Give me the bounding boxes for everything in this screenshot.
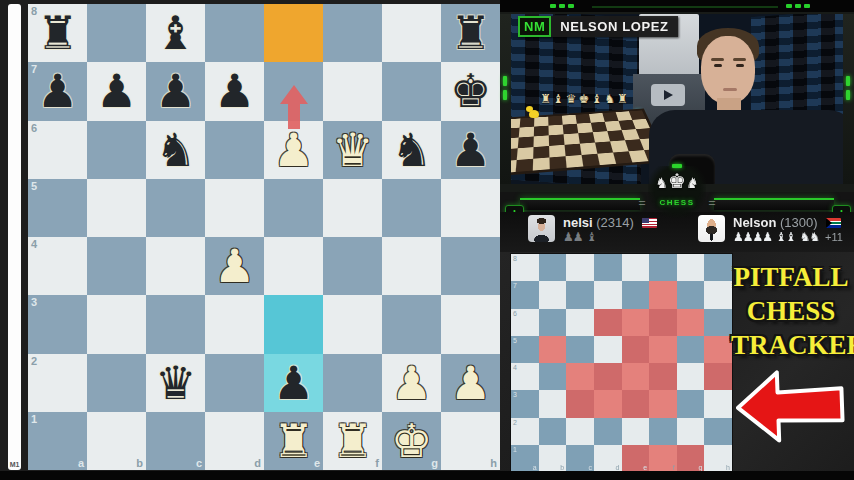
tracker-file-label: g [698, 464, 702, 471]
piece-black-pawn: ♟ [155, 68, 196, 114]
piece-white-rook: ♜ [273, 418, 314, 464]
file-label-h: h [490, 458, 497, 469]
streamer-eye [714, 64, 722, 67]
square-e2[interactable]: ♟ [264, 354, 323, 412]
tracker-file-label: h [726, 464, 730, 471]
tracker-square-h7 [704, 281, 732, 308]
rank-label-5: 5 [31, 181, 37, 192]
youtube-play-button-plaque [651, 84, 685, 106]
square-b1[interactable]: b [87, 412, 146, 470]
tracker-square-d5 [594, 336, 622, 363]
streamer-brow [711, 58, 724, 61]
piece-white-pawn: ♟ [273, 127, 314, 173]
square-d5[interactable] [205, 179, 264, 237]
tracker-square-b7 [539, 281, 567, 308]
square-h6[interactable]: ♟ [441, 121, 500, 179]
square-c8[interactable]: ♝ [146, 4, 205, 62]
tracker-square-e7 [622, 281, 650, 308]
tracker-square-d3 [594, 390, 622, 417]
avatar-nelson [698, 215, 725, 242]
tracker-rank-label: 7 [513, 282, 517, 289]
tracker-square-h8 [704, 254, 732, 281]
square-c7[interactable]: ♟ [146, 62, 205, 120]
square-f4[interactable] [323, 237, 382, 295]
square-g2[interactable]: ♟ [382, 354, 441, 412]
foreground-chess-pieces: ♜♝♛♚♝♞♜ [515, 92, 655, 106]
title-badge: NM [518, 16, 551, 37]
tracker-square-g8 [677, 254, 705, 281]
pitfall-tracker-panel: 87654321abcdefgh PITFALL CHESS TRACKER [500, 252, 854, 480]
tracker-square-g2 [677, 418, 705, 445]
tracker-square-c3 [566, 390, 594, 417]
tracker-square-g5 [677, 336, 705, 363]
square-d1[interactable]: d [205, 412, 264, 470]
tracker-rank-label: 5 [513, 337, 517, 344]
captured-bishops: ♝ [587, 230, 597, 244]
file-label-b: b [136, 458, 143, 469]
tracker-square-e6 [622, 309, 650, 336]
piece-white-queen: ♛ [332, 127, 373, 173]
square-a1[interactable]: 1a [28, 412, 87, 470]
pitfall-heatmap-board: 87654321abcdefgh [510, 253, 733, 473]
tracker-square-g6 [677, 309, 705, 336]
tracker-square-f4 [649, 363, 677, 390]
square-b8[interactable] [87, 4, 146, 62]
square-a4[interactable]: 4 [28, 237, 87, 295]
divider-bar-right [714, 198, 834, 210]
piece-black-pawn: ♟ [450, 127, 491, 173]
tracker-square-e8 [622, 254, 650, 281]
tracker-rank-label: 1 [513, 446, 517, 453]
tracker-square-a7: 7 [511, 281, 539, 308]
tracker-square-a5: 5 [511, 336, 539, 363]
tracker-square-d7 [594, 281, 622, 308]
square-a5[interactable]: 5 [28, 179, 87, 237]
square-a8[interactable]: 8♜ [28, 4, 87, 62]
square-g8[interactable] [382, 4, 441, 62]
logo-text: CHESS [648, 198, 706, 207]
streamer-name-badge: NM NELSON LOPEZ [518, 16, 678, 37]
tracker-square-c8 [566, 254, 594, 281]
square-e5[interactable] [264, 179, 323, 237]
tracker-square-h3 [704, 390, 732, 417]
square-c5[interactable] [146, 179, 205, 237]
tracker-square-f5 [649, 336, 677, 363]
square-h5[interactable] [441, 179, 500, 237]
player-right: Nelson (1300) ♟♟♟♟♝♝♞♞+11 [698, 215, 843, 243]
piece-white-pawn: ♟ [391, 360, 432, 406]
captured-knights: ♞♞ [800, 230, 820, 244]
square-a2[interactable]: 2 [28, 354, 87, 412]
piece-black-knight: ♞ [155, 127, 196, 173]
tracker-square-e2 [622, 418, 650, 445]
file-label-a: a [78, 458, 84, 469]
rank-label-1: 1 [31, 414, 37, 425]
piece-black-king: ♚ [450, 68, 491, 114]
square-c4[interactable] [146, 237, 205, 295]
piece-white-pawn: ♟ [450, 360, 491, 406]
chess-board-panel: M1 8♜♝♜7♟♟♟♟♚6♞♟♛♞♟54♟32♛♟♟♟1abcde♜f♜g♚h [0, 0, 500, 480]
tracker-file-label: f [673, 464, 675, 471]
streamer-name: NELSON LOPEZ [551, 16, 677, 37]
tracker-square-a1: 1a [511, 445, 539, 472]
piece-black-pawn: ♟ [214, 68, 255, 114]
green-line-decoration [592, 6, 778, 8]
piece-white-pawn: ♟ [214, 243, 255, 289]
material-advantage: +11 [825, 231, 843, 243]
square-h4[interactable] [441, 237, 500, 295]
square-c1[interactable]: c [146, 412, 205, 470]
square-h3[interactable] [441, 295, 500, 353]
piece-black-pawn: ♟ [96, 68, 137, 114]
tracker-square-a3: 3 [511, 390, 539, 417]
square-b5[interactable] [87, 179, 146, 237]
tracker-square-b8 [539, 254, 567, 281]
square-d3[interactable] [205, 295, 264, 353]
square-e1[interactable]: e♜ [264, 412, 323, 470]
streamer-mouth [723, 88, 737, 91]
tracker-square-c2 [566, 418, 594, 445]
piece-black-rook: ♜ [450, 10, 491, 56]
captured-pieces-left: ♟♟♝ [563, 231, 657, 243]
move-suggestion-arrow [277, 83, 311, 131]
square-b3[interactable] [87, 295, 146, 353]
tracker-title-line1: PITFALL [731, 260, 851, 294]
captured-pieces-right: ♟♟♟♟♝♝♞♞+11 [733, 231, 843, 243]
tracker-title-line3: TRACKER [731, 328, 851, 362]
tracker-square-a8: 8 [511, 254, 539, 281]
square-h7[interactable]: ♚ [441, 62, 500, 120]
square-e7[interactable] [264, 62, 323, 120]
streamer-eye [736, 64, 744, 67]
piece-white-rook: ♜ [332, 418, 373, 464]
square-f5[interactable] [323, 179, 382, 237]
tracker-square-c5 [566, 336, 594, 363]
square-d2[interactable] [205, 354, 264, 412]
square-b2[interactable] [87, 354, 146, 412]
tracker-square-e1: e [622, 445, 650, 472]
tracker-square-a4: 4 [511, 363, 539, 390]
file-label-c: c [196, 458, 202, 469]
tracker-square-b5 [539, 336, 567, 363]
player-left: nelsi (2314) ♟♟♝ [528, 215, 657, 243]
tracker-square-a2: 2 [511, 418, 539, 445]
za-flag-icon [826, 218, 841, 228]
player-left-rating: (2314) [596, 215, 634, 230]
tracker-square-b1: b [539, 445, 567, 472]
square-a6[interactable]: 6 [28, 121, 87, 179]
tracker-title-line2: CHESS [731, 294, 851, 328]
tracker-square-c7 [566, 281, 594, 308]
tracker-square-e5 [622, 336, 650, 363]
tracker-square-d8 [594, 254, 622, 281]
top-accent-bar [500, 0, 854, 12]
captured-pawns: ♟♟♟♟ [733, 230, 772, 244]
square-g3[interactable] [382, 295, 441, 353]
tracker-square-d4 [594, 363, 622, 390]
square-f1[interactable]: f♜ [323, 412, 382, 470]
piece-black-pawn: ♟ [37, 68, 78, 114]
frame-pillar-right [843, 14, 854, 184]
tracker-square-e3 [622, 390, 650, 417]
player-info-bar: nelsi (2314) ♟♟♝ Nelson (1300) ♟♟♟♟♝♝♞♞+… [500, 212, 854, 252]
tracker-title: PITFALL CHESS TRACKER [731, 260, 851, 362]
player-right-rating: (1300) [780, 215, 818, 230]
square-g7[interactable] [382, 62, 441, 120]
tracker-square-f2 [649, 418, 677, 445]
piece-black-rook: ♜ [37, 10, 78, 56]
player-left-name: nelsi [563, 215, 593, 230]
streamer-brow [733, 58, 746, 61]
piece-black-bishop: ♝ [155, 10, 196, 56]
square-c3[interactable] [146, 295, 205, 353]
play-icon [664, 90, 673, 100]
square-f7[interactable] [323, 62, 382, 120]
tracker-square-f3 [649, 390, 677, 417]
square-e4[interactable] [264, 237, 323, 295]
divider-bar-left [520, 198, 640, 210]
tracker-square-h4 [704, 363, 732, 390]
square-c6[interactable]: ♞ [146, 121, 205, 179]
streamer-face [701, 36, 755, 104]
piece-black-queen: ♛ [155, 360, 196, 406]
avatar-nelsi [528, 215, 555, 242]
webcam-video: ♜♝♛♚♝♞♜ [511, 14, 843, 184]
square-c2[interactable]: ♛ [146, 354, 205, 412]
tracker-square-d1: d [594, 445, 622, 472]
tracker-square-c1: c [566, 445, 594, 472]
square-g1[interactable]: g♚ [382, 412, 441, 470]
square-f6[interactable]: ♛ [323, 121, 382, 179]
divider-ticks-right: —— [706, 200, 718, 206]
square-e3[interactable] [264, 295, 323, 353]
tracker-file-label: d [616, 464, 620, 471]
player-right-name: Nelson [733, 215, 776, 230]
stream-frame: M1 8♜♝♜7♟♟♟♟♚6♞♟♛♞♟54♟32♛♟♟♟1abcde♜f♜g♚h… [0, 0, 854, 480]
tracker-square-b2 [539, 418, 567, 445]
square-d6[interactable] [205, 121, 264, 179]
green-dashes-right-icon [786, 4, 810, 8]
bottom-letterbox-bar [0, 471, 854, 480]
main-chess-board: 8♜♝♜7♟♟♟♟♚6♞♟♛♞♟54♟32♛♟♟♟1abcde♜f♜g♚h [28, 4, 500, 470]
square-d8[interactable] [205, 4, 264, 62]
square-g6[interactable]: ♞ [382, 121, 441, 179]
square-f2[interactable] [323, 354, 382, 412]
tracker-square-h5 [704, 336, 732, 363]
tracker-square-f8 [649, 254, 677, 281]
rubber-duck [529, 110, 539, 118]
tracker-square-b3 [539, 390, 567, 417]
tracker-square-f6 [649, 309, 677, 336]
tracker-rank-label: 2 [513, 419, 517, 426]
tracker-square-b4 [539, 363, 567, 390]
tracker-rank-label: 4 [513, 364, 517, 371]
square-h8[interactable]: ♜ [441, 4, 500, 62]
tracker-rank-label: 3 [513, 391, 517, 398]
square-g5[interactable] [382, 179, 441, 237]
rank-label-2: 2 [31, 356, 37, 367]
square-a3[interactable]: 3 [28, 295, 87, 353]
square-f3[interactable] [323, 295, 382, 353]
logo-pieces-icon: ♞♚♞ [648, 166, 706, 198]
piece-black-pawn: ♟ [273, 360, 314, 406]
square-b7[interactable]: ♟ [87, 62, 146, 120]
tracker-square-g3 [677, 390, 705, 417]
rank-label-4: 4 [31, 239, 37, 250]
tracker-square-e4 [622, 363, 650, 390]
square-d4[interactable]: ♟ [205, 237, 264, 295]
rank-label-3: 3 [31, 297, 37, 308]
file-label-g: g [431, 458, 438, 469]
tracker-file-label: c [588, 464, 592, 471]
stream-overlay-column: ♜♝♛♚♝♞♜ NM NELSON LOPEZ ♞♚♞ CHESS [500, 0, 854, 480]
tracker-rank-label: 6 [513, 310, 517, 317]
foreground-chess-set [511, 109, 669, 177]
file-label-f: f [375, 458, 379, 469]
square-a7[interactable]: 7♟ [28, 62, 87, 120]
tracker-square-c6 [566, 309, 594, 336]
captured-bishops: ♝♝ [776, 230, 796, 244]
green-dashes-left-icon [550, 4, 574, 8]
tracker-rank-label: 8 [513, 255, 517, 262]
tracker-file-label: e [643, 464, 647, 471]
tracker-square-d6 [594, 309, 622, 336]
captured-pawns: ♟♟ [563, 230, 583, 244]
square-h2[interactable]: ♟ [441, 354, 500, 412]
divider-ticks-left: —— [636, 200, 648, 206]
eval-label: M1 [8, 461, 21, 468]
tracker-square-g1: g [677, 445, 705, 472]
tracker-file-label: a [533, 464, 537, 471]
frame-pillar-left [500, 14, 511, 184]
tracker-square-h6 [704, 309, 732, 336]
piece-white-king: ♚ [391, 418, 432, 464]
square-e8[interactable] [264, 4, 323, 62]
tracker-square-c4 [566, 363, 594, 390]
tracker-square-a6: 6 [511, 309, 539, 336]
square-d7[interactable]: ♟ [205, 62, 264, 120]
eval-bar: M1 [8, 4, 21, 470]
tracker-square-g7 [677, 281, 705, 308]
tracker-square-d2 [594, 418, 622, 445]
tracker-square-h1: h [704, 445, 732, 472]
square-g4[interactable] [382, 237, 441, 295]
tracker-square-g4 [677, 363, 705, 390]
logo-crown-accent [672, 164, 682, 168]
square-h1[interactable]: h [441, 412, 500, 470]
chess-club-logo: ♞♚♞ CHESS [648, 166, 706, 218]
square-b6[interactable] [87, 121, 146, 179]
square-f8[interactable] [323, 4, 382, 62]
tracker-square-f7 [649, 281, 677, 308]
tracker-square-h2 [704, 418, 732, 445]
tracker-square-f1: f [649, 445, 677, 472]
file-label-d: d [254, 458, 261, 469]
red-left-arrow-icon [732, 364, 848, 448]
file-label-e: e [314, 458, 320, 469]
rank-label-6: 6 [31, 123, 37, 134]
tracker-file-label: b [560, 464, 564, 471]
piece-black-knight: ♞ [391, 127, 432, 173]
us-flag-icon [642, 218, 657, 228]
tracker-square-b6 [539, 309, 567, 336]
square-b4[interactable] [87, 237, 146, 295]
